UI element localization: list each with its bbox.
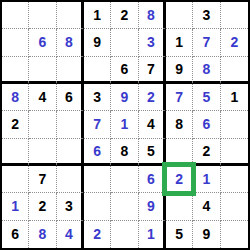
cell-r6c5[interactable]: 8 <box>111 139 138 166</box>
cell-r3c1[interactable] <box>2 57 29 84</box>
cell-r9c7[interactable]: 5 <box>166 221 193 248</box>
given-digit: 4 <box>203 199 211 213</box>
sudoku-board: 1283689317267988463927512714866852762112… <box>0 0 250 250</box>
given-digit: 1 <box>93 8 101 22</box>
cell-r4c2[interactable]: 4 <box>29 84 56 111</box>
cell-r3c7[interactable]: 9 <box>166 57 193 84</box>
user-digit: 1 <box>121 117 129 131</box>
given-digit: 2 <box>11 117 19 131</box>
cell-r4c9[interactable]: 1 <box>221 84 248 111</box>
given-digit: 2 <box>121 8 129 22</box>
given-digit: 8 <box>121 144 129 158</box>
cell-r4c5[interactable]: 9 <box>111 84 138 111</box>
given-digit: 7 <box>39 172 47 186</box>
cell-r7c4[interactable] <box>84 166 111 193</box>
given-digit: 1 <box>230 90 238 104</box>
cell-r8c4[interactable] <box>84 193 111 220</box>
given-digit: 3 <box>65 199 73 213</box>
cell-r2c6[interactable]: 3 <box>139 29 166 56</box>
cell-r1c6[interactable]: 8 <box>139 2 166 29</box>
user-digit: 2 <box>175 172 183 186</box>
cell-r1c9[interactable] <box>221 2 248 29</box>
cell-r4c6[interactable]: 2 <box>139 84 166 111</box>
given-digit: 6 <box>121 62 129 76</box>
cell-r3c6[interactable]: 7 <box>139 57 166 84</box>
given-digit: 4 <box>147 117 155 131</box>
cell-r1c3[interactable] <box>57 2 84 29</box>
user-digit: 6 <box>39 35 47 49</box>
user-digit: 1 <box>147 227 155 241</box>
cell-r2c5[interactable] <box>111 29 138 56</box>
user-digit: 9 <box>121 90 129 104</box>
user-digit: 8 <box>147 8 155 22</box>
cell-r7c8[interactable]: 1 <box>193 166 220 193</box>
given-digit: 3 <box>93 90 101 104</box>
cell-r5c7[interactable]: 8 <box>166 111 193 138</box>
cell-r7c5[interactable] <box>111 166 138 193</box>
cell-r3c4[interactable] <box>84 57 111 84</box>
cell-r1c1[interactable] <box>2 2 29 29</box>
cell-r8c5[interactable] <box>111 193 138 220</box>
cell-r8c8[interactable]: 4 <box>193 193 220 220</box>
cell-r5c5[interactable]: 1 <box>111 111 138 138</box>
given-digit: 7 <box>147 62 155 76</box>
cell-r6c6[interactable]: 5 <box>139 139 166 166</box>
cell-r6c2[interactable] <box>29 139 56 166</box>
cell-r2c4[interactable]: 9 <box>84 29 111 56</box>
cell-r6c1[interactable] <box>2 139 29 166</box>
cell-r7c6[interactable]: 6 <box>139 166 166 193</box>
given-digit: 2 <box>39 199 47 213</box>
user-digit: 2 <box>230 35 238 49</box>
user-digit: 7 <box>93 117 101 131</box>
cell-r1c8[interactable]: 3 <box>193 2 220 29</box>
user-digit: 5 <box>203 90 211 104</box>
cell-r9c3[interactable]: 4 <box>57 221 84 248</box>
cell-r3c3[interactable] <box>57 57 84 84</box>
cell-r4c4[interactable]: 3 <box>84 84 111 111</box>
cell-r8c2[interactable]: 2 <box>29 193 56 220</box>
cell-r6c8[interactable]: 2 <box>193 139 220 166</box>
cell-r5c4[interactable]: 7 <box>84 111 111 138</box>
given-digit: 9 <box>93 35 101 49</box>
cell-r4c3[interactable]: 6 <box>57 84 84 111</box>
given-digit: 6 <box>11 227 19 241</box>
cell-r5c8[interactable]: 6 <box>193 111 220 138</box>
cell-r5c6[interactable]: 4 <box>139 111 166 138</box>
cell-r6c4[interactable]: 6 <box>84 139 111 166</box>
cell-r8c6[interactable]: 9 <box>139 193 166 220</box>
cell-r9c5[interactable] <box>111 221 138 248</box>
cell-r1c4[interactable]: 1 <box>84 2 111 29</box>
cell-r6c3[interactable] <box>57 139 84 166</box>
cell-r7c9[interactable] <box>221 166 248 193</box>
given-digit: 3 <box>203 8 211 22</box>
cell-r3c5[interactable]: 6 <box>111 57 138 84</box>
cell-r9c1[interactable]: 6 <box>2 221 29 248</box>
cell-r6c7[interactable] <box>166 139 193 166</box>
user-digit: 2 <box>147 90 155 104</box>
given-digit: 9 <box>175 62 183 76</box>
cell-r7c2[interactable]: 7 <box>29 166 56 193</box>
given-digit: 2 <box>203 144 211 158</box>
user-digit: 8 <box>65 35 73 49</box>
cell-r1c2[interactable] <box>29 2 56 29</box>
cell-r9c8[interactable]: 9 <box>193 221 220 248</box>
cell-r3c9[interactable] <box>221 57 248 84</box>
cell-r2c7[interactable]: 1 <box>166 29 193 56</box>
user-digit: 8 <box>203 62 211 76</box>
user-digit: 8 <box>11 90 19 104</box>
user-digit: 2 <box>93 227 101 241</box>
cell-r9c6[interactable]: 1 <box>139 221 166 248</box>
cell-r7c1[interactable] <box>2 166 29 193</box>
cell-r8c3[interactable]: 3 <box>57 193 84 220</box>
cell-r5c1[interactable]: 2 <box>2 111 29 138</box>
cell-r5c3[interactable] <box>57 111 84 138</box>
cell-r5c9[interactable] <box>221 111 248 138</box>
cell-r3c8[interactable]: 8 <box>193 57 220 84</box>
cell-r1c7[interactable] <box>166 2 193 29</box>
cell-r7c3[interactable] <box>57 166 84 193</box>
cell-r1c5[interactable]: 2 <box>111 2 138 29</box>
cell-r2c8[interactable]: 7 <box>193 29 220 56</box>
user-digit: 1 <box>11 199 19 213</box>
cell-r8c7[interactable] <box>166 193 193 220</box>
user-digit: 6 <box>147 172 155 186</box>
user-digit: 9 <box>147 199 155 213</box>
cell-r2c9[interactable]: 2 <box>221 29 248 56</box>
user-digit: 6 <box>93 144 101 158</box>
given-digit: 5 <box>147 144 155 158</box>
cell-r4c1[interactable]: 8 <box>2 84 29 111</box>
user-digit: 7 <box>175 90 183 104</box>
given-digit: 4 <box>39 90 47 104</box>
given-digit: 9 <box>203 227 211 241</box>
cell-r3c2[interactable] <box>29 57 56 84</box>
cell-r8c1[interactable]: 1 <box>2 193 29 220</box>
user-digit: 6 <box>203 117 211 131</box>
cell-r7c7[interactable]: 2 <box>166 166 193 193</box>
given-digit: 5 <box>175 227 183 241</box>
given-digit: 8 <box>175 117 183 131</box>
cell-r9c2[interactable]: 8 <box>29 221 56 248</box>
user-digit: 8 <box>39 227 47 241</box>
cell-r4c7[interactable]: 7 <box>166 84 193 111</box>
user-digit: 1 <box>203 172 211 186</box>
cell-r5c2[interactable] <box>29 111 56 138</box>
given-digit: 1 <box>175 35 183 49</box>
cell-r9c9[interactable] <box>221 221 248 248</box>
user-digit: 4 <box>65 227 73 241</box>
cell-r2c2[interactable]: 6 <box>29 29 56 56</box>
user-digit: 7 <box>203 35 211 49</box>
cell-r4c8[interactable]: 5 <box>193 84 220 111</box>
given-digit: 6 <box>65 90 73 104</box>
cell-r9c4[interactable]: 2 <box>84 221 111 248</box>
cell-r2c3[interactable]: 8 <box>57 29 84 56</box>
cell-r8c9[interactable] <box>221 193 248 220</box>
user-digit: 3 <box>147 35 155 49</box>
cell-r2c1[interactable] <box>2 29 29 56</box>
cell-r6c9[interactable] <box>221 139 248 166</box>
